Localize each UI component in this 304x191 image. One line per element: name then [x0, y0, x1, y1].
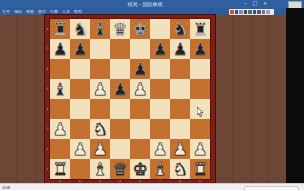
piece-black-queen[interactable]: ♛ [112, 19, 127, 39]
square-g2[interactable]: ♟ [170, 139, 190, 159]
square-c8[interactable]: ♝ [90, 19, 110, 39]
menu-help[interactable]: 帮助 [74, 9, 82, 15]
square-g8[interactable]: ♞ [170, 19, 190, 39]
menu-edit[interactable]: 编辑 [14, 9, 22, 15]
square-c7[interactable] [90, 39, 110, 59]
square-d5[interactable]: ♟ [110, 79, 130, 99]
square-a7[interactable]: ♟ [50, 39, 70, 59]
square-g6[interactable] [170, 59, 190, 79]
piece-black-knight[interactable]: ♞ [172, 19, 187, 39]
square-b5[interactable] [70, 79, 90, 99]
square-b7[interactable]: ♟ [70, 39, 90, 59]
chess-board: ♜♞♝♛♚♞♜♟♟♟♟♟♟♝♟♟♟♟♞♟♟♟♟♟♜♝♛♚♝♞♜ [50, 19, 210, 179]
menu-engine[interactable]: 引擎 [50, 9, 58, 15]
piece-white-rook[interactable]: ♜ [192, 159, 207, 179]
square-g4[interactable] [170, 99, 190, 119]
piece-white-pawn[interactable]: ♟ [92, 79, 107, 99]
square-c6[interactable] [90, 59, 110, 79]
square-d1[interactable]: ♛ [110, 159, 130, 179]
piece-white-pawn[interactable]: ♟ [52, 119, 67, 139]
square-f3[interactable] [150, 119, 170, 139]
square-d7[interactable] [110, 39, 130, 59]
square-c2[interactable]: ♟ [90, 139, 110, 159]
title-bar[interactable]: 棋局 - 国际象棋 － □ × [0, 0, 304, 8]
rank-label-1: 1 [45, 159, 50, 179]
status-text: 就绪 [2, 185, 10, 190]
rank-label-5: 5 [45, 79, 50, 99]
square-g7[interactable]: ♟ [170, 39, 190, 59]
square-e1[interactable]: ♚ [130, 159, 150, 179]
square-g1[interactable]: ♞ [170, 159, 190, 179]
toolbar-icon-2[interactable] [239, 10, 243, 14]
square-b2[interactable]: ♟ [70, 139, 90, 159]
piece-black-bishop[interactable]: ♝ [52, 79, 67, 99]
rank-label-8: 8 [45, 19, 50, 39]
piece-black-pawn[interactable]: ♟ [172, 39, 187, 59]
square-d3[interactable] [110, 119, 130, 139]
maximize-button[interactable]: □ [252, 0, 258, 7]
toolbar-icon-5[interactable] [253, 10, 257, 14]
square-e3[interactable] [130, 119, 150, 139]
square-b4[interactable] [70, 99, 90, 119]
square-b1[interactable] [70, 159, 90, 179]
square-h7[interactable]: ♟ [190, 39, 210, 59]
square-f8[interactable] [150, 19, 170, 39]
piece-white-bishop[interactable]: ♝ [92, 159, 107, 179]
app-window: 棋局 - 国际象棋 － □ × 文件 编辑 视图 棋局 引擎 工具 帮助 ♜♞♝… [0, 0, 304, 190]
square-h8[interactable]: ♜ [190, 19, 210, 39]
minimize-button[interactable]: － [242, 0, 248, 7]
square-e2[interactable] [130, 139, 150, 159]
square-f5[interactable] [150, 79, 170, 99]
square-c3[interactable]: ♞ [90, 119, 110, 139]
square-h3[interactable] [190, 119, 210, 139]
square-b6[interactable] [70, 59, 90, 79]
square-d4[interactable] [110, 99, 130, 119]
piece-white-pawn[interactable]: ♟ [192, 139, 207, 159]
piece-black-bishop[interactable]: ♝ [92, 19, 107, 39]
piece-black-pawn[interactable]: ♟ [72, 39, 87, 59]
menu-file[interactable]: 文件 [2, 9, 10, 15]
menu-view[interactable]: 视图 [26, 9, 34, 15]
piece-white-pawn[interactable]: ♟ [172, 139, 187, 159]
square-d6[interactable] [110, 59, 130, 79]
square-h1[interactable]: ♜ [190, 159, 210, 179]
square-a1[interactable]: ♜ [50, 159, 70, 179]
toolbar-icon-7[interactable] [262, 10, 266, 14]
piece-white-pawn[interactable]: ♟ [72, 139, 87, 159]
piece-white-knight[interactable]: ♞ [92, 119, 107, 139]
piece-black-pawn[interactable]: ♟ [152, 39, 167, 59]
square-f1[interactable]: ♝ [150, 159, 170, 179]
square-g3[interactable] [170, 119, 190, 139]
square-g5[interactable] [170, 79, 190, 99]
square-c4[interactable] [90, 99, 110, 119]
square-a2[interactable] [50, 139, 70, 159]
square-h2[interactable]: ♟ [190, 139, 210, 159]
square-a5[interactable]: ♝ [50, 79, 70, 99]
toolbar-icon-1[interactable] [235, 10, 239, 14]
rank-label-7: 7 [45, 39, 50, 59]
square-d2[interactable] [110, 139, 130, 159]
piece-black-pawn[interactable]: ♟ [132, 59, 147, 79]
piece-white-knight[interactable]: ♞ [172, 159, 187, 179]
square-e5[interactable]: ♟ [130, 79, 150, 99]
piece-black-pawn[interactable]: ♟ [112, 79, 127, 99]
piece-white-pawn[interactable]: ♟ [92, 139, 107, 159]
square-a4[interactable] [50, 99, 70, 119]
square-a8[interactable]: ♜ [50, 19, 70, 39]
square-a6[interactable] [50, 59, 70, 79]
rank-label-4: 4 [45, 99, 50, 119]
desktop-black-strip [286, 8, 304, 183]
square-h4[interactable] [190, 99, 210, 119]
piece-black-knight[interactable]: ♞ [72, 19, 87, 39]
square-f6[interactable] [150, 59, 170, 79]
piece-white-pawn[interactable]: ♟ [132, 79, 147, 99]
square-b3[interactable] [70, 119, 90, 139]
status-bar: 就绪 [0, 183, 304, 190]
square-e4[interactable] [130, 99, 150, 119]
piece-black-rook[interactable]: ♜ [192, 19, 207, 39]
toolbar-icon-8[interactable] [266, 10, 270, 14]
rank-label-2: 2 [45, 139, 50, 159]
square-e8[interactable]: ♚ [130, 19, 150, 39]
square-f2[interactable]: ♟ [150, 139, 170, 159]
piece-black-king[interactable]: ♚ [132, 19, 147, 39]
square-d8[interactable]: ♛ [110, 19, 130, 39]
toolbar-icon-0[interactable] [230, 10, 234, 14]
quick-toolbar [229, 9, 274, 15]
square-a3[interactable]: ♟ [50, 119, 70, 139]
window-controls: － □ × [242, 0, 268, 7]
square-h6[interactable] [190, 59, 210, 79]
piece-white-bishop[interactable]: ♝ [152, 159, 167, 179]
piece-black-rook[interactable]: ♜ [52, 19, 67, 39]
square-c5[interactable]: ♟ [90, 79, 110, 99]
square-f7[interactable]: ♟ [150, 39, 170, 59]
chess-board-frame: ♜♞♝♛♚♞♜♟♟♟♟♟♟♝♟♟♟♟♞♟♟♟♟♟♜♝♛♚♝♞♜ 87654321… [45, 15, 215, 183]
piece-black-pawn[interactable]: ♟ [52, 39, 67, 59]
toolbar-icon-3[interactable] [244, 10, 248, 14]
piece-white-queen[interactable]: ♛ [112, 159, 127, 179]
piece-white-rook[interactable]: ♜ [52, 159, 67, 179]
square-h5[interactable] [190, 79, 210, 99]
rank-label-3: 3 [45, 119, 50, 139]
square-e7[interactable] [130, 39, 150, 59]
piece-white-king[interactable]: ♚ [132, 159, 147, 179]
piece-black-pawn[interactable]: ♟ [192, 39, 207, 59]
status-slider[interactable] [244, 186, 299, 191]
square-e6[interactable]: ♟ [130, 59, 150, 79]
toolbar-icon-6[interactable] [257, 10, 261, 14]
close-button[interactable]: × [262, 0, 268, 7]
toolbar-icon-4[interactable] [248, 10, 252, 14]
menu-game[interactable]: 棋局 [38, 9, 46, 15]
piece-white-pawn[interactable]: ♟ [152, 139, 167, 159]
square-b8[interactable]: ♞ [70, 19, 90, 39]
square-c1[interactable]: ♝ [90, 159, 110, 179]
square-f4[interactable] [150, 99, 170, 119]
rank-label-6: 6 [45, 59, 50, 79]
menu-tools[interactable]: 工具 [62, 9, 70, 15]
